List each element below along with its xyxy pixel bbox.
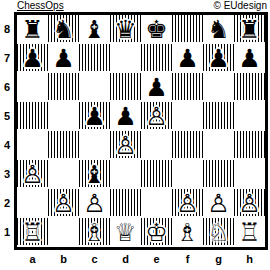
white-rook-a1: ♖ bbox=[21, 218, 43, 247]
rank-label-6: 6 bbox=[1, 73, 13, 102]
white-pawn-f2: ♙ bbox=[176, 189, 198, 218]
rank-labels: 87654321 bbox=[1, 15, 13, 247]
square-a7: ♟ bbox=[17, 44, 48, 73]
black-pawn-b7: ♟ bbox=[52, 44, 74, 73]
file-label-h: h bbox=[234, 252, 265, 266]
white-pawn-e5: ♙ bbox=[145, 102, 167, 131]
black-pawn-c5: ♟ bbox=[83, 102, 105, 131]
black-pawn-a7: ♟ bbox=[21, 44, 43, 73]
black-pawn-h7: ♟ bbox=[238, 44, 260, 73]
rank-label-1: 1 bbox=[1, 218, 13, 247]
white-rook-h1: ♖ bbox=[238, 218, 260, 247]
square-c6 bbox=[79, 73, 110, 102]
square-e4 bbox=[141, 131, 172, 160]
white-pawn-h2: ♙ bbox=[238, 189, 260, 218]
square-b1 bbox=[48, 218, 79, 247]
file-labels: abcdefgh bbox=[17, 252, 265, 266]
square-a6 bbox=[17, 73, 48, 102]
square-b3 bbox=[48, 160, 79, 189]
black-rook-h8: ♜ bbox=[238, 15, 260, 44]
square-e8: ♚ bbox=[141, 15, 172, 44]
square-f6 bbox=[172, 73, 203, 102]
square-h8: ♜ bbox=[234, 15, 265, 44]
white-bishop-f1: ♗ bbox=[176, 218, 198, 247]
black-knight-g8: ♞ bbox=[207, 15, 229, 44]
square-c4 bbox=[79, 131, 110, 160]
black-knight-b8: ♞ bbox=[52, 15, 74, 44]
black-bishop-c3: ♝ bbox=[83, 160, 105, 189]
square-h3 bbox=[234, 160, 265, 189]
file-label-b: b bbox=[48, 252, 79, 266]
white-pawn-d4: ♙ bbox=[114, 131, 136, 160]
square-h2: ♙ bbox=[234, 189, 265, 218]
square-g6 bbox=[203, 73, 234, 102]
square-h7: ♟ bbox=[234, 44, 265, 73]
white-knight-g1: ♘ bbox=[207, 218, 229, 247]
square-c2: ♙ bbox=[79, 189, 110, 218]
square-g4 bbox=[203, 131, 234, 160]
square-e3 bbox=[141, 160, 172, 189]
square-c7 bbox=[79, 44, 110, 73]
rank-label-8: 8 bbox=[1, 15, 13, 44]
file-label-c: c bbox=[79, 252, 110, 266]
square-g7: ♟ bbox=[203, 44, 234, 73]
square-g1: ♘ bbox=[203, 218, 234, 247]
square-e7 bbox=[141, 44, 172, 73]
square-d1: ♕ bbox=[110, 218, 141, 247]
white-pawn-a3: ♙ bbox=[21, 160, 43, 189]
square-f7: ♟ bbox=[172, 44, 203, 73]
file-label-a: a bbox=[17, 252, 48, 266]
square-f3 bbox=[172, 160, 203, 189]
rank-label-7: 7 bbox=[1, 44, 13, 73]
black-bishop-c8: ♝ bbox=[83, 15, 105, 44]
square-d5: ♟ bbox=[110, 102, 141, 131]
square-g2: ♙ bbox=[203, 189, 234, 218]
square-a5 bbox=[17, 102, 48, 131]
square-g8: ♞ bbox=[203, 15, 234, 44]
square-d7 bbox=[110, 44, 141, 73]
square-h1: ♖ bbox=[234, 218, 265, 247]
file-label-e: e bbox=[141, 252, 172, 266]
square-h6 bbox=[234, 73, 265, 102]
square-d3 bbox=[110, 160, 141, 189]
chessops-link[interactable]: ChessOps bbox=[17, 0, 64, 12]
square-d8: ♛ bbox=[110, 15, 141, 44]
file-label-f: f bbox=[172, 252, 203, 266]
square-f1: ♗ bbox=[172, 218, 203, 247]
black-pawn-d5: ♟ bbox=[114, 102, 136, 131]
square-f5 bbox=[172, 102, 203, 131]
square-a1: ♖ bbox=[17, 218, 48, 247]
white-queen-d1: ♕ bbox=[114, 218, 136, 247]
square-a4 bbox=[17, 131, 48, 160]
black-rook-a8: ♜ bbox=[21, 15, 43, 44]
square-b5 bbox=[48, 102, 79, 131]
square-e1: ♔ bbox=[141, 218, 172, 247]
white-pawn-b2: ♙ bbox=[52, 189, 74, 218]
square-h5 bbox=[234, 102, 265, 131]
square-c8: ♝ bbox=[79, 15, 110, 44]
file-label-g: g bbox=[203, 252, 234, 266]
black-pawn-g7: ♟ bbox=[207, 44, 229, 73]
square-e5: ♙ bbox=[141, 102, 172, 131]
square-c5: ♟ bbox=[79, 102, 110, 131]
square-a3: ♙ bbox=[17, 160, 48, 189]
white-king-e1: ♔ bbox=[145, 218, 167, 247]
square-b2: ♙ bbox=[48, 189, 79, 218]
square-c1: ♗ bbox=[79, 218, 110, 247]
file-label-d: d bbox=[110, 252, 141, 266]
white-pawn-c2: ♙ bbox=[83, 189, 105, 218]
square-h4 bbox=[234, 131, 265, 160]
white-bishop-c1: ♗ bbox=[83, 218, 105, 247]
square-g5 bbox=[203, 102, 234, 131]
white-pawn-g2: ♙ bbox=[207, 189, 229, 218]
copyright-credit: © EUdesign bbox=[213, 0, 267, 12]
square-e2 bbox=[141, 189, 172, 218]
square-d6 bbox=[110, 73, 141, 102]
rank-label-5: 5 bbox=[1, 102, 13, 131]
square-e6: ♟ bbox=[141, 73, 172, 102]
black-pawn-f7: ♟ bbox=[176, 44, 198, 73]
square-f4 bbox=[172, 131, 203, 160]
rank-label-2: 2 bbox=[1, 189, 13, 218]
square-d4: ♙ bbox=[110, 131, 141, 160]
square-b6 bbox=[48, 73, 79, 102]
square-b4 bbox=[48, 131, 79, 160]
square-c3: ♝ bbox=[79, 160, 110, 189]
square-f2: ♙ bbox=[172, 189, 203, 218]
square-b7: ♟ bbox=[48, 44, 79, 73]
black-queen-d8: ♛ bbox=[114, 15, 136, 44]
square-g3 bbox=[203, 160, 234, 189]
black-king-e8: ♚ bbox=[145, 15, 167, 44]
square-d2 bbox=[110, 189, 141, 218]
rank-label-4: 4 bbox=[1, 131, 13, 160]
rank-label-3: 3 bbox=[1, 160, 13, 189]
chess-board: ♜♞♝♛♚♞♜♟♟♟♟♟♟♟♟♙♙♙♝♙♙♙♙♙♖♗♕♔♗♘♖ bbox=[14, 12, 268, 250]
square-f8 bbox=[172, 15, 203, 44]
square-b8: ♞ bbox=[48, 15, 79, 44]
black-pawn-e6: ♟ bbox=[145, 73, 167, 102]
square-a8: ♜ bbox=[17, 15, 48, 44]
square-a2 bbox=[17, 189, 48, 218]
